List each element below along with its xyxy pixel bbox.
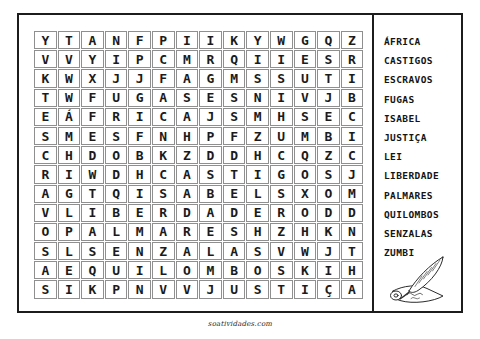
cell-r10c5[interactable]: E xyxy=(128,204,151,222)
cell-r2c9[interactable]: Q xyxy=(223,50,246,68)
word-search-grid: YTANFPIIKYWGQZVVYIPCMRQIIESRKWXJJFAGMSSU… xyxy=(34,31,363,299)
cell-r1c1[interactable]: Y xyxy=(34,31,57,49)
cell-r14c10[interactable]: S xyxy=(246,280,269,298)
cell-r5c9[interactable]: S xyxy=(223,108,246,126)
cell-r1c11[interactable]: W xyxy=(270,31,293,49)
cell-r7c1[interactable]: C xyxy=(34,146,57,164)
quill-icon xyxy=(385,250,451,308)
cell-r8c7[interactable]: A xyxy=(176,165,199,183)
cell-r4c11[interactable]: I xyxy=(270,89,293,107)
cell-r9c11[interactable]: S xyxy=(270,185,293,203)
cell-r6c4[interactable]: S xyxy=(105,127,128,145)
cell-r11c4[interactable]: L xyxy=(105,223,128,241)
cell-r2c13[interactable]: S xyxy=(317,50,340,68)
cell-r8c8[interactable]: S xyxy=(199,165,222,183)
cell-r14c12[interactable]: I xyxy=(294,280,317,298)
cell-r7c2[interactable]: H xyxy=(58,146,81,164)
cell-r14c2[interactable]: I xyxy=(58,280,81,298)
cell-r2c12[interactable]: E xyxy=(294,50,317,68)
cell-r4c1[interactable]: T xyxy=(34,89,57,107)
cell-r8c12[interactable]: O xyxy=(294,165,317,183)
cell-r6c6[interactable]: N xyxy=(152,127,175,145)
cell-r3c5[interactable]: J xyxy=(128,69,151,87)
cell-r1c10[interactable]: Y xyxy=(246,31,269,49)
cell-r6c7[interactable]: H xyxy=(176,127,199,145)
cell-r10c4[interactable]: B xyxy=(105,204,128,222)
cell-r4c9[interactable]: S xyxy=(223,89,246,107)
cell-r11c9[interactable]: S xyxy=(223,223,246,241)
cell-r14c14[interactable]: A xyxy=(341,280,364,298)
cell-r9c3[interactable]: T xyxy=(81,185,104,203)
cell-r14c4[interactable]: P xyxy=(105,280,128,298)
cell-r4c3[interactable]: F xyxy=(81,89,104,107)
cell-r2c5[interactable]: P xyxy=(128,50,151,68)
cell-r1c9[interactable]: K xyxy=(223,31,246,49)
cell-r8c6[interactable]: C xyxy=(152,165,175,183)
cell-r10c11[interactable]: R xyxy=(270,204,293,222)
word-list-panel: ÁFRICACASTIGOSESCRAVOSFUGASISABELJUSTIÇA… xyxy=(372,15,461,311)
cell-r13c11[interactable]: S xyxy=(270,261,293,279)
cell-r2c6[interactable]: C xyxy=(152,50,175,68)
cell-r12c6[interactable]: Z xyxy=(152,242,175,260)
cell-r13c12[interactable]: K xyxy=(294,261,317,279)
cell-r4c7[interactable]: S xyxy=(176,89,199,107)
cell-r12c1[interactable]: S xyxy=(34,242,57,260)
cell-r3c4[interactable]: J xyxy=(105,69,128,87)
cell-r1c5[interactable]: F xyxy=(128,31,151,49)
cell-r9c2[interactable]: G xyxy=(58,185,81,203)
cell-r6c12[interactable]: M xyxy=(294,127,317,145)
cell-r9c9[interactable]: E xyxy=(223,185,246,203)
word-list-item: JUSTIÇA xyxy=(384,132,461,151)
cell-r10c2[interactable]: L xyxy=(58,204,81,222)
cell-r12c10[interactable]: S xyxy=(246,242,269,260)
cell-r5c2[interactable]: Á xyxy=(58,108,81,126)
cell-r9c8[interactable]: B xyxy=(199,185,222,203)
cell-r12c13[interactable]: J xyxy=(317,242,340,260)
cell-r6c3[interactable]: E xyxy=(81,127,104,145)
cell-r5c6[interactable]: C xyxy=(152,108,175,126)
cell-r6c5[interactable]: F xyxy=(128,127,151,145)
cell-r1c8[interactable]: I xyxy=(199,31,222,49)
cell-r10c1[interactable]: V xyxy=(34,204,57,222)
cell-r1c6[interactable]: P xyxy=(152,31,175,49)
cell-r7c6[interactable]: K xyxy=(152,146,175,164)
cell-r6c8[interactable]: P xyxy=(199,127,222,145)
cell-r9c13[interactable]: O xyxy=(317,185,340,203)
cell-r13c8[interactable]: M xyxy=(199,261,222,279)
cell-r3c10[interactable]: S xyxy=(246,69,269,87)
cell-r11c8[interactable]: E xyxy=(199,223,222,241)
cell-r14c9[interactable]: U xyxy=(223,280,246,298)
cell-r11c6[interactable]: A xyxy=(152,223,175,241)
cell-r9c12[interactable]: X xyxy=(294,185,317,203)
cell-r7c11[interactable]: C xyxy=(270,146,293,164)
cell-r6c9[interactable]: F xyxy=(223,127,246,145)
cell-r13c10[interactable]: O xyxy=(246,261,269,279)
cell-r12c12[interactable]: W xyxy=(294,242,317,260)
cell-r13c13[interactable]: I xyxy=(317,261,340,279)
cell-r3c13[interactable]: T xyxy=(317,69,340,87)
cell-r2c10[interactable]: I xyxy=(246,50,269,68)
cell-r2c2[interactable]: V xyxy=(58,50,81,68)
word-list-item: LEI xyxy=(384,151,461,170)
cell-r11c14[interactable]: N xyxy=(341,223,364,241)
cell-r10c10[interactable]: E xyxy=(246,204,269,222)
cell-r12c3[interactable]: S xyxy=(81,242,104,260)
cell-r13c3[interactable]: Q xyxy=(81,261,104,279)
cell-r3c7[interactable]: A xyxy=(176,69,199,87)
cell-r8c10[interactable]: I xyxy=(246,165,269,183)
cell-r2c7[interactable]: M xyxy=(176,50,199,68)
cell-r7c4[interactable]: O xyxy=(105,146,128,164)
cell-r8c2[interactable]: I xyxy=(58,165,81,183)
cell-r8c14[interactable]: J xyxy=(341,165,364,183)
word-list-item: ISABEL xyxy=(384,113,461,132)
cell-r12c7[interactable]: A xyxy=(176,242,199,260)
footer-credit: soatividades.com xyxy=(17,320,463,328)
word-list: ÁFRICACASTIGOSESCRAVOSFUGASISABELJUSTIÇA… xyxy=(374,15,461,266)
cell-r13c7[interactable]: O xyxy=(176,261,199,279)
cell-r4c8[interactable]: E xyxy=(199,89,222,107)
cell-r13c2[interactable]: E xyxy=(58,261,81,279)
cell-r14c1[interactable]: S xyxy=(34,280,57,298)
cell-r1c4[interactable]: N xyxy=(105,31,128,49)
cell-r5c4[interactable]: R xyxy=(105,108,128,126)
cell-r8c5[interactable]: H xyxy=(128,165,151,183)
cell-r10c7[interactable]: D xyxy=(176,204,199,222)
cell-r4c6[interactable]: A xyxy=(152,89,175,107)
cell-r10c13[interactable]: D xyxy=(317,204,340,222)
cell-r11c7[interactable]: R xyxy=(176,223,199,241)
cell-r14c11[interactable]: T xyxy=(270,280,293,298)
cell-r7c7[interactable]: Z xyxy=(176,146,199,164)
cell-r7c5[interactable]: B xyxy=(128,146,151,164)
cell-r1c2[interactable]: T xyxy=(58,31,81,49)
cell-r4c14[interactable]: B xyxy=(341,89,364,107)
cell-r4c12[interactable]: V xyxy=(294,89,317,107)
cell-r10c9[interactable]: D xyxy=(223,204,246,222)
cell-r14c13[interactable]: Ç xyxy=(317,280,340,298)
cell-r4c5[interactable]: G xyxy=(128,89,151,107)
cell-r14c3[interactable]: K xyxy=(81,280,104,298)
cell-r13c4[interactable]: U xyxy=(105,261,128,279)
cell-r13c9[interactable]: B xyxy=(223,261,246,279)
cell-r11c12[interactable]: H xyxy=(294,223,317,241)
cell-r8c1[interactable]: R xyxy=(34,165,57,183)
cell-r2c11[interactable]: I xyxy=(270,50,293,68)
cell-r9c10[interactable]: L xyxy=(246,185,269,203)
cell-r9c6[interactable]: S xyxy=(152,185,175,203)
cell-r6c13[interactable]: B xyxy=(317,127,340,145)
cell-r5c7[interactable]: A xyxy=(176,108,199,126)
cell-r8c11[interactable]: G xyxy=(270,165,293,183)
cell-r1c13[interactable]: Q xyxy=(317,31,340,49)
cell-r5c5[interactable]: I xyxy=(128,108,151,126)
cell-r2c3[interactable]: Y xyxy=(81,50,104,68)
cell-r5c13[interactable]: E xyxy=(317,108,340,126)
cell-r7c14[interactable]: C xyxy=(341,146,364,164)
cell-r1c7[interactable]: I xyxy=(176,31,199,49)
cell-r5c12[interactable]: S xyxy=(294,108,317,126)
cell-r6c1[interactable]: S xyxy=(34,127,57,145)
cell-r14c5[interactable]: N xyxy=(128,280,151,298)
cell-r10c12[interactable]: O xyxy=(294,204,317,222)
cell-r8c3[interactable]: W xyxy=(81,165,104,183)
cell-r5c14[interactable]: C xyxy=(341,108,364,126)
cell-r13c6[interactable]: L xyxy=(152,261,175,279)
cell-r7c3[interactable]: D xyxy=(81,146,104,164)
cell-r14c7[interactable]: V xyxy=(176,280,199,298)
cell-r4c10[interactable]: N xyxy=(246,89,269,107)
word-list-item: FUGAS xyxy=(384,94,461,113)
word-list-item: QUILOMBOS xyxy=(384,209,461,228)
cell-r7c13[interactable]: Z xyxy=(317,146,340,164)
cell-r6c14[interactable]: I xyxy=(341,127,364,145)
word-list-item: SENZALAS xyxy=(384,228,461,247)
cell-r1c12[interactable]: G xyxy=(294,31,317,49)
cell-r13c1[interactable]: A xyxy=(34,261,57,279)
cell-r3c1[interactable]: K xyxy=(34,69,57,87)
cell-r1c3[interactable]: A xyxy=(81,31,104,49)
cell-r5c10[interactable]: M xyxy=(246,108,269,126)
cell-r12c5[interactable]: N xyxy=(128,242,151,260)
cell-r6c2[interactable]: M xyxy=(58,127,81,145)
cell-r3c9[interactable]: M xyxy=(223,69,246,87)
cell-r4c13[interactable]: J xyxy=(317,89,340,107)
cell-r12c4[interactable]: E xyxy=(105,242,128,260)
cell-r10c8[interactable]: A xyxy=(199,204,222,222)
cell-r11c2[interactable]: P xyxy=(58,223,81,241)
cell-r10c3[interactable]: I xyxy=(81,204,104,222)
puzzle-page: YTANFPIIKYWGQZVVYIPCMRQIIESRKWXJJFAGMSSU… xyxy=(17,13,463,313)
cell-r7c8[interactable]: D xyxy=(199,146,222,164)
cell-r12c9[interactable]: A xyxy=(223,242,246,260)
cell-r2c8[interactable]: R xyxy=(199,50,222,68)
cell-r5c11[interactable]: H xyxy=(270,108,293,126)
cell-r11c5[interactable]: M xyxy=(128,223,151,241)
cell-r7c9[interactable]: D xyxy=(223,146,246,164)
cell-r7c10[interactable]: H xyxy=(246,146,269,164)
cell-r2c14[interactable]: R xyxy=(341,50,364,68)
cell-r7c12[interactable]: Q xyxy=(294,146,317,164)
cell-r12c14[interactable]: T xyxy=(341,242,364,260)
cell-r3c11[interactable]: S xyxy=(270,69,293,87)
cell-r9c4[interactable]: Q xyxy=(105,185,128,203)
cell-r9c7[interactable]: A xyxy=(176,185,199,203)
cell-r11c1[interactable]: O xyxy=(34,223,57,241)
cell-r8c13[interactable]: S xyxy=(317,165,340,183)
cell-r4c4[interactable]: U xyxy=(105,89,128,107)
cell-r12c2[interactable]: L xyxy=(58,242,81,260)
cell-r10c14[interactable]: D xyxy=(341,204,364,222)
cell-r14c8[interactable]: J xyxy=(199,280,222,298)
cell-r12c8[interactable]: L xyxy=(199,242,222,260)
cell-r5c3[interactable]: F xyxy=(81,108,104,126)
cell-r13c14[interactable]: H xyxy=(341,261,364,279)
cell-r2c4[interactable]: I xyxy=(105,50,128,68)
word-list-item: CASTIGOS xyxy=(384,55,461,74)
cell-r3c3[interactable]: X xyxy=(81,69,104,87)
cell-r4c2[interactable]: W xyxy=(58,89,81,107)
cell-r9c14[interactable]: M xyxy=(341,185,364,203)
cell-r14c6[interactable]: V xyxy=(152,280,175,298)
cell-r6c10[interactable]: Z xyxy=(246,127,269,145)
cell-r11c13[interactable]: K xyxy=(317,223,340,241)
cell-r3c8[interactable]: G xyxy=(199,69,222,87)
cell-r6c11[interactable]: U xyxy=(270,127,293,145)
cell-r11c10[interactable]: H xyxy=(246,223,269,241)
cell-r11c11[interactable]: Z xyxy=(270,223,293,241)
cell-r13c5[interactable]: I xyxy=(128,261,151,279)
cell-r5c1[interactable]: E xyxy=(34,108,57,126)
word-list-item: ÁFRICA xyxy=(384,36,461,55)
word-list-item: PALMARES xyxy=(384,190,461,209)
cell-r11c3[interactable]: A xyxy=(81,223,104,241)
word-list-item: LIBERDADE xyxy=(384,170,461,189)
cell-r2c1[interactable]: V xyxy=(34,50,57,68)
cell-r3c6[interactable]: F xyxy=(152,69,175,87)
cell-r3c14[interactable]: I xyxy=(341,69,364,87)
cell-r8c9[interactable]: T xyxy=(223,165,246,183)
cell-r8c4[interactable]: D xyxy=(105,165,128,183)
cell-r5c8[interactable]: J xyxy=(199,108,222,126)
cell-r10c6[interactable]: R xyxy=(152,204,175,222)
cell-r12c11[interactable]: V xyxy=(270,242,293,260)
word-list-item: ESCRAVOS xyxy=(384,74,461,93)
cell-r9c5[interactable]: I xyxy=(128,185,151,203)
cell-r1c14[interactable]: Z xyxy=(341,31,364,49)
cell-r3c2[interactable]: W xyxy=(58,69,81,87)
cell-r3c12[interactable]: U xyxy=(294,69,317,87)
cell-r9c1[interactable]: A xyxy=(34,185,57,203)
